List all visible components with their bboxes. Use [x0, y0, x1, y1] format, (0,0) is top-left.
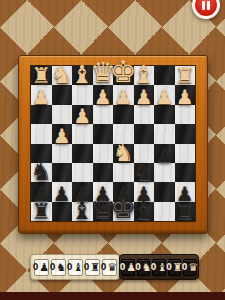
square-a8[interactable]: ♜: [31, 202, 52, 221]
square-h8[interactable]: ♜: [175, 202, 196, 221]
captured-counter-black-rook: 0♜: [85, 259, 100, 276]
square-g7[interactable]: [154, 182, 175, 201]
square-g4[interactable]: [154, 124, 175, 143]
captured-count: 0: [50, 263, 56, 272]
square-b3[interactable]: [52, 105, 73, 124]
square-e1[interactable]: ♚: [113, 66, 134, 85]
captured-count: 0: [120, 263, 126, 272]
piece-white-bishop[interactable]: ♝: [133, 62, 155, 87]
captured-count: 0: [135, 263, 141, 272]
square-b4[interactable]: ♟: [52, 124, 73, 143]
square-h6[interactable]: [175, 163, 196, 182]
square-c6[interactable]: [72, 163, 93, 182]
captured-count: 0: [182, 263, 188, 272]
square-h2[interactable]: ♟: [175, 85, 196, 104]
square-h4[interactable]: [175, 124, 196, 143]
square-e2[interactable]: ♟: [113, 85, 134, 104]
knight-icon: ♞: [56, 262, 66, 273]
queen-icon: ♛: [188, 262, 198, 273]
chess-board: ♜♞♝♛♚♝♜♟♟♟♟♟♟♟♟♞♟♞♞♟♟♟♟♟♟♟♜♝♛♚♝♜: [31, 66, 195, 221]
piece-white-pawn[interactable]: ♟: [32, 87, 50, 107]
square-c3[interactable]: ♟: [72, 105, 93, 124]
square-f4[interactable]: [134, 124, 155, 143]
square-f2[interactable]: ♟: [134, 85, 155, 104]
captured-count: 0: [151, 263, 157, 272]
square-a4[interactable]: [31, 124, 52, 143]
square-f1[interactable]: ♝: [134, 66, 155, 85]
piece-black-rook[interactable]: ♜: [175, 201, 195, 223]
piece-white-pawn[interactable]: ♟: [176, 87, 194, 107]
bishop-icon: ♝: [73, 262, 83, 273]
captured-count: 0: [101, 263, 107, 272]
square-f6[interactable]: ♞: [134, 163, 155, 182]
captured-counter-black-pawn: 0♟: [34, 259, 49, 276]
square-d4[interactable]: [93, 124, 114, 143]
pawn-icon: ♟: [39, 262, 49, 273]
piece-black-bishop[interactable]: ♝: [133, 198, 155, 223]
piece-white-pawn[interactable]: ♟: [53, 126, 71, 146]
captured-counter-white-knight: 0♞: [137, 259, 151, 276]
square-d5[interactable]: [93, 144, 114, 163]
piece-white-pawn[interactable]: ♟: [155, 87, 173, 107]
rook-icon: ♜: [90, 262, 100, 273]
captured-count: 0: [33, 263, 39, 272]
pause-button[interactable]: [192, 0, 220, 19]
captured-black-pieces-tray: 0♟0♞0♝0♜0♛: [30, 254, 120, 280]
piece-white-pawn[interactable]: ♟: [73, 106, 91, 126]
captured-counter-white-queen: 0♛: [183, 259, 197, 276]
chess-app-screen: ♜♞♝♛♚♝♜♟♟♟♟♟♟♟♟♞♟♞♞♟♟♟♟♟♟♟♜♝♛♚♝♜ 0♟0♞0♝0…: [0, 0, 225, 300]
piece-white-pawn[interactable]: ♟: [114, 87, 132, 107]
square-b1[interactable]: ♞: [52, 66, 73, 85]
piece-white-knight[interactable]: ♞: [51, 63, 73, 87]
piece-white-pawn[interactable]: ♟: [94, 87, 112, 107]
pause-icon: [195, 0, 217, 16]
captured-counter-black-queen: 0♛: [102, 259, 117, 276]
queen-icon: ♛: [107, 262, 117, 273]
captured-counter-white-pawn: 0♟: [121, 259, 135, 276]
square-g8[interactable]: [154, 202, 175, 221]
captured-white-pieces-tray: 0♟0♞0♝0♜0♛: [119, 254, 199, 280]
square-f8[interactable]: ♝: [134, 202, 155, 221]
square-h1[interactable]: ♜: [175, 66, 196, 85]
captured-counter-black-bishop: 0♝: [68, 259, 83, 276]
piece-white-pawn[interactable]: ♟: [135, 87, 153, 107]
piece-white-knight[interactable]: ♞: [112, 141, 134, 165]
captured-count: 0: [67, 263, 73, 272]
board-frame: ♜♞♝♛♚♝♜♟♟♟♟♟♟♟♟♞♟♞♞♟♟♟♟♟♟♟♜♝♛♚♝♜: [18, 55, 208, 234]
captured-counter-black-knight: 0♞: [51, 259, 66, 276]
square-d6[interactable]: [93, 163, 114, 182]
square-d2[interactable]: ♟: [93, 85, 114, 104]
square-h5[interactable]: [175, 144, 196, 163]
square-c5[interactable]: [72, 144, 93, 163]
captured-counter-white-bishop: 0♝: [152, 259, 166, 276]
square-g2[interactable]: ♟: [154, 85, 175, 104]
piece-black-pawn[interactable]: ♟: [53, 184, 71, 204]
piece-black-pawn[interactable]: ♟: [155, 145, 173, 165]
square-b6[interactable]: [52, 163, 73, 182]
bottom-bar: [0, 292, 225, 300]
captured-count: 0: [84, 263, 90, 272]
square-e8[interactable]: ♚: [113, 202, 134, 221]
square-b7[interactable]: ♟: [52, 182, 73, 201]
square-a6[interactable]: ♞: [31, 163, 52, 182]
square-g5[interactable]: ♟: [154, 144, 175, 163]
square-e5[interactable]: ♞: [113, 144, 134, 163]
captured-counter-white-rook: 0♜: [168, 259, 182, 276]
square-g1[interactable]: [154, 66, 175, 85]
captured-count: 0: [166, 263, 172, 272]
square-a2[interactable]: ♟: [31, 85, 52, 104]
piece-black-rook[interactable]: ♜: [31, 201, 51, 223]
square-a1[interactable]: ♜: [31, 66, 52, 85]
